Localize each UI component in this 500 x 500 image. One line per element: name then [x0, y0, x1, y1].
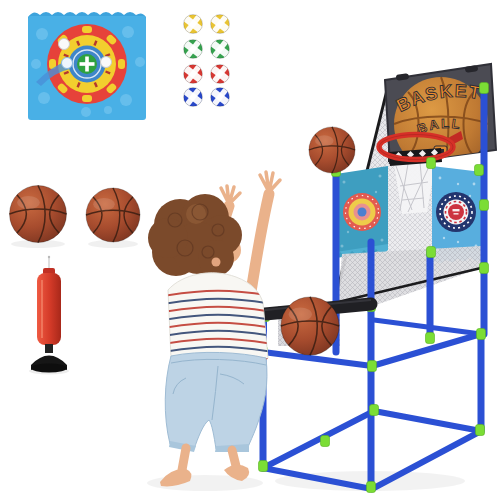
sticky-ball-blue [208, 86, 231, 108]
sticky-ball-green [181, 38, 204, 60]
connector [477, 329, 486, 340]
child-legs [182, 448, 236, 470]
connector [427, 247, 436, 258]
frame-rail [374, 411, 481, 431]
sticky-ball-set [181, 13, 231, 108]
connector [370, 405, 379, 416]
pump-body [37, 273, 61, 345]
mat-ring-target [47, 24, 127, 104]
connector [321, 436, 330, 447]
left-target-panel [336, 166, 388, 258]
air-pump [31, 256, 67, 373]
sticky-ball-red [208, 63, 231, 85]
connector [480, 200, 489, 211]
sticky-ball-yellow [208, 13, 231, 35]
sticky-ball-yellow [181, 13, 204, 35]
ramp-basketball [281, 297, 339, 355]
connector [427, 158, 436, 169]
connector [259, 461, 268, 472]
scene-svg: BASKET BALL [0, 0, 500, 500]
spare-basketball [86, 188, 140, 242]
connector [368, 361, 377, 372]
connector [476, 425, 485, 436]
white-sticky-ball [101, 57, 112, 68]
mat-swoosh-ball [62, 58, 73, 69]
frame-rail [263, 411, 374, 468]
spare-basketballs [9, 186, 140, 243]
connector [367, 482, 376, 493]
sticky-ball-red [181, 63, 204, 85]
child-jeans [165, 352, 267, 452]
flying-basketball [309, 127, 355, 173]
connector [480, 83, 489, 94]
sticky-ball-blue [181, 86, 204, 108]
child-ear [212, 258, 221, 267]
connector [475, 165, 484, 176]
connector [426, 333, 435, 344]
arcade-stand: BASKET BALL [259, 64, 497, 493]
target-mat [28, 12, 146, 120]
product-photo-stage: BASKET BALL [0, 0, 500, 500]
pump-stem [45, 344, 53, 353]
white-sticky-ball [59, 39, 70, 50]
spare-basketball [9, 186, 66, 243]
sticky-ball-green [208, 38, 231, 60]
connector [480, 263, 489, 274]
